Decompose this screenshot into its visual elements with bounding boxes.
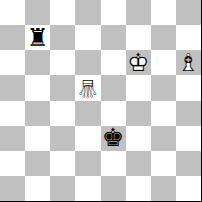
- square-b6[interactable]: [25, 50, 50, 75]
- square-d8[interactable]: [75, 0, 100, 25]
- square-f1[interactable]: [126, 176, 151, 201]
- square-b4[interactable]: [25, 101, 50, 126]
- square-h5[interactable]: [176, 75, 201, 100]
- square-g1[interactable]: [151, 176, 176, 201]
- piece-black-rook: ♜: [25, 25, 50, 50]
- square-f4[interactable]: [126, 101, 151, 126]
- square-d5[interactable]: ♛♕: [75, 75, 100, 100]
- square-e1[interactable]: [101, 176, 126, 201]
- black-king-icon: ♚: [102, 125, 124, 150]
- square-d1[interactable]: [75, 176, 100, 201]
- chess-diagram: ♜♚♔♝♗♛♕♚: [0, 0, 202, 202]
- square-h1[interactable]: [176, 176, 201, 201]
- square-e6[interactable]: [101, 50, 126, 75]
- square-g3[interactable]: [151, 126, 176, 151]
- square-e5[interactable]: [101, 75, 126, 100]
- square-a3[interactable]: [0, 126, 25, 151]
- square-e8[interactable]: [101, 0, 126, 25]
- chess-board: ♜♚♔♝♗♛♕♚: [0, 0, 202, 202]
- white-bishop-icon: ♗: [177, 49, 199, 74]
- square-g4[interactable]: [151, 101, 176, 126]
- square-b2[interactable]: [25, 151, 50, 176]
- square-c2[interactable]: [50, 151, 75, 176]
- square-a4[interactable]: [0, 101, 25, 126]
- square-g2[interactable]: [151, 151, 176, 176]
- square-h8[interactable]: [176, 0, 201, 25]
- piece-white-king: ♚♔: [126, 50, 151, 75]
- square-f5[interactable]: [126, 75, 151, 100]
- square-d2[interactable]: [75, 151, 100, 176]
- square-a5[interactable]: [0, 75, 25, 100]
- square-g6[interactable]: [151, 50, 176, 75]
- square-a1[interactable]: [0, 176, 25, 201]
- black-rook-icon: ♜: [26, 24, 48, 49]
- square-b1[interactable]: [25, 176, 50, 201]
- square-c1[interactable]: [50, 176, 75, 201]
- square-c5[interactable]: [50, 75, 75, 100]
- square-f3[interactable]: [126, 126, 151, 151]
- square-f6[interactable]: ♚♔: [126, 50, 151, 75]
- square-f8[interactable]: [126, 0, 151, 25]
- square-h6[interactable]: ♝♗: [176, 50, 201, 75]
- square-a7[interactable]: [0, 25, 25, 50]
- square-c7[interactable]: [50, 25, 75, 50]
- square-a6[interactable]: [0, 50, 25, 75]
- square-b3[interactable]: [25, 126, 50, 151]
- piece-black-king: ♚: [101, 126, 126, 151]
- square-c6[interactable]: [50, 50, 75, 75]
- square-d7[interactable]: [75, 25, 100, 50]
- square-e2[interactable]: [101, 151, 126, 176]
- square-h3[interactable]: [176, 126, 201, 151]
- square-g5[interactable]: [151, 75, 176, 100]
- square-c8[interactable]: [50, 0, 75, 25]
- square-e7[interactable]: [101, 25, 126, 50]
- square-c4[interactable]: [50, 101, 75, 126]
- white-king-icon: ♔: [127, 49, 149, 74]
- square-d3[interactable]: [75, 126, 100, 151]
- square-a2[interactable]: [0, 151, 25, 176]
- piece-white-grasshopper: ♛♕: [75, 75, 100, 100]
- piece-white-bishop: ♝♗: [176, 50, 201, 75]
- square-a8[interactable]: [0, 0, 25, 25]
- square-d4[interactable]: [75, 101, 100, 126]
- square-d6[interactable]: [75, 50, 100, 75]
- square-g7[interactable]: [151, 25, 176, 50]
- square-h4[interactable]: [176, 101, 201, 126]
- square-b5[interactable]: [25, 75, 50, 100]
- square-g8[interactable]: [151, 0, 176, 25]
- square-b7[interactable]: ♜: [25, 25, 50, 50]
- square-h2[interactable]: [176, 151, 201, 176]
- white-grasshopper-icon: ♕: [77, 76, 99, 101]
- square-e3[interactable]: ♚: [101, 126, 126, 151]
- square-f2[interactable]: [126, 151, 151, 176]
- square-c3[interactable]: [50, 126, 75, 151]
